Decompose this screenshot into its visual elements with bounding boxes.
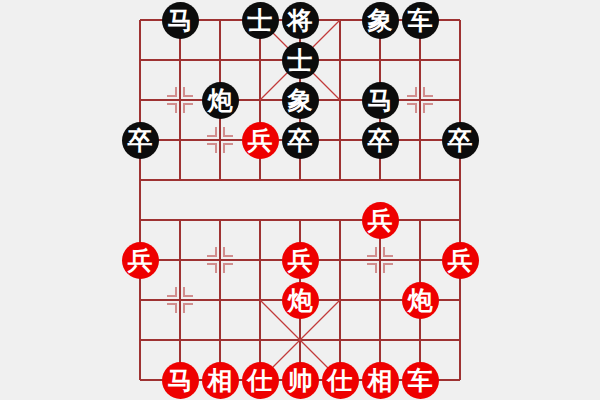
piece-red-pawn[interactable]: 兵 xyxy=(282,242,319,279)
piece-red-pawn[interactable]: 兵 xyxy=(442,242,479,279)
piece-red-advisor[interactable]: 仕 xyxy=(322,362,359,399)
piece-black-pawn[interactable]: 卒 xyxy=(282,122,319,159)
piece-red-cannon[interactable]: 炮 xyxy=(402,282,439,319)
xiangqi-board: 马士将象车士炮象马卒兵卒卒卒兵兵兵兵炮炮马相仕帅仕相车 xyxy=(120,0,480,400)
piece-red-pawn[interactable]: 兵 xyxy=(122,242,159,279)
piece-black-rook[interactable]: 车 xyxy=(402,2,439,39)
piece-red-elephant[interactable]: 相 xyxy=(202,362,239,399)
piece-red-elephant[interactable]: 相 xyxy=(362,362,399,399)
piece-black-king[interactable]: 将 xyxy=(282,2,319,39)
piece-black-pawn[interactable]: 卒 xyxy=(122,122,159,159)
piece-red-pawn[interactable]: 兵 xyxy=(242,122,279,159)
piece-red-king[interactable]: 帅 xyxy=(282,362,319,399)
piece-red-horse[interactable]: 马 xyxy=(162,362,199,399)
piece-black-elephant[interactable]: 象 xyxy=(282,82,319,119)
piece-black-advisor[interactable]: 士 xyxy=(282,42,319,79)
piece-black-advisor[interactable]: 士 xyxy=(242,2,279,39)
piece-red-cannon[interactable]: 炮 xyxy=(282,282,319,319)
xiangqi-diagram: 马士将象车士炮象马卒兵卒卒卒兵兵兵兵炮炮马相仕帅仕相车 xyxy=(0,0,600,400)
piece-black-pawn[interactable]: 卒 xyxy=(442,122,479,159)
piece-black-elephant[interactable]: 象 xyxy=(362,2,399,39)
piece-black-horse[interactable]: 马 xyxy=(362,82,399,119)
piece-red-rook[interactable]: 车 xyxy=(402,362,439,399)
piece-black-horse[interactable]: 马 xyxy=(162,2,199,39)
piece-red-pawn[interactable]: 兵 xyxy=(362,202,399,239)
piece-red-advisor[interactable]: 仕 xyxy=(242,362,279,399)
piece-black-pawn[interactable]: 卒 xyxy=(362,122,399,159)
piece-black-cannon[interactable]: 炮 xyxy=(202,82,239,119)
